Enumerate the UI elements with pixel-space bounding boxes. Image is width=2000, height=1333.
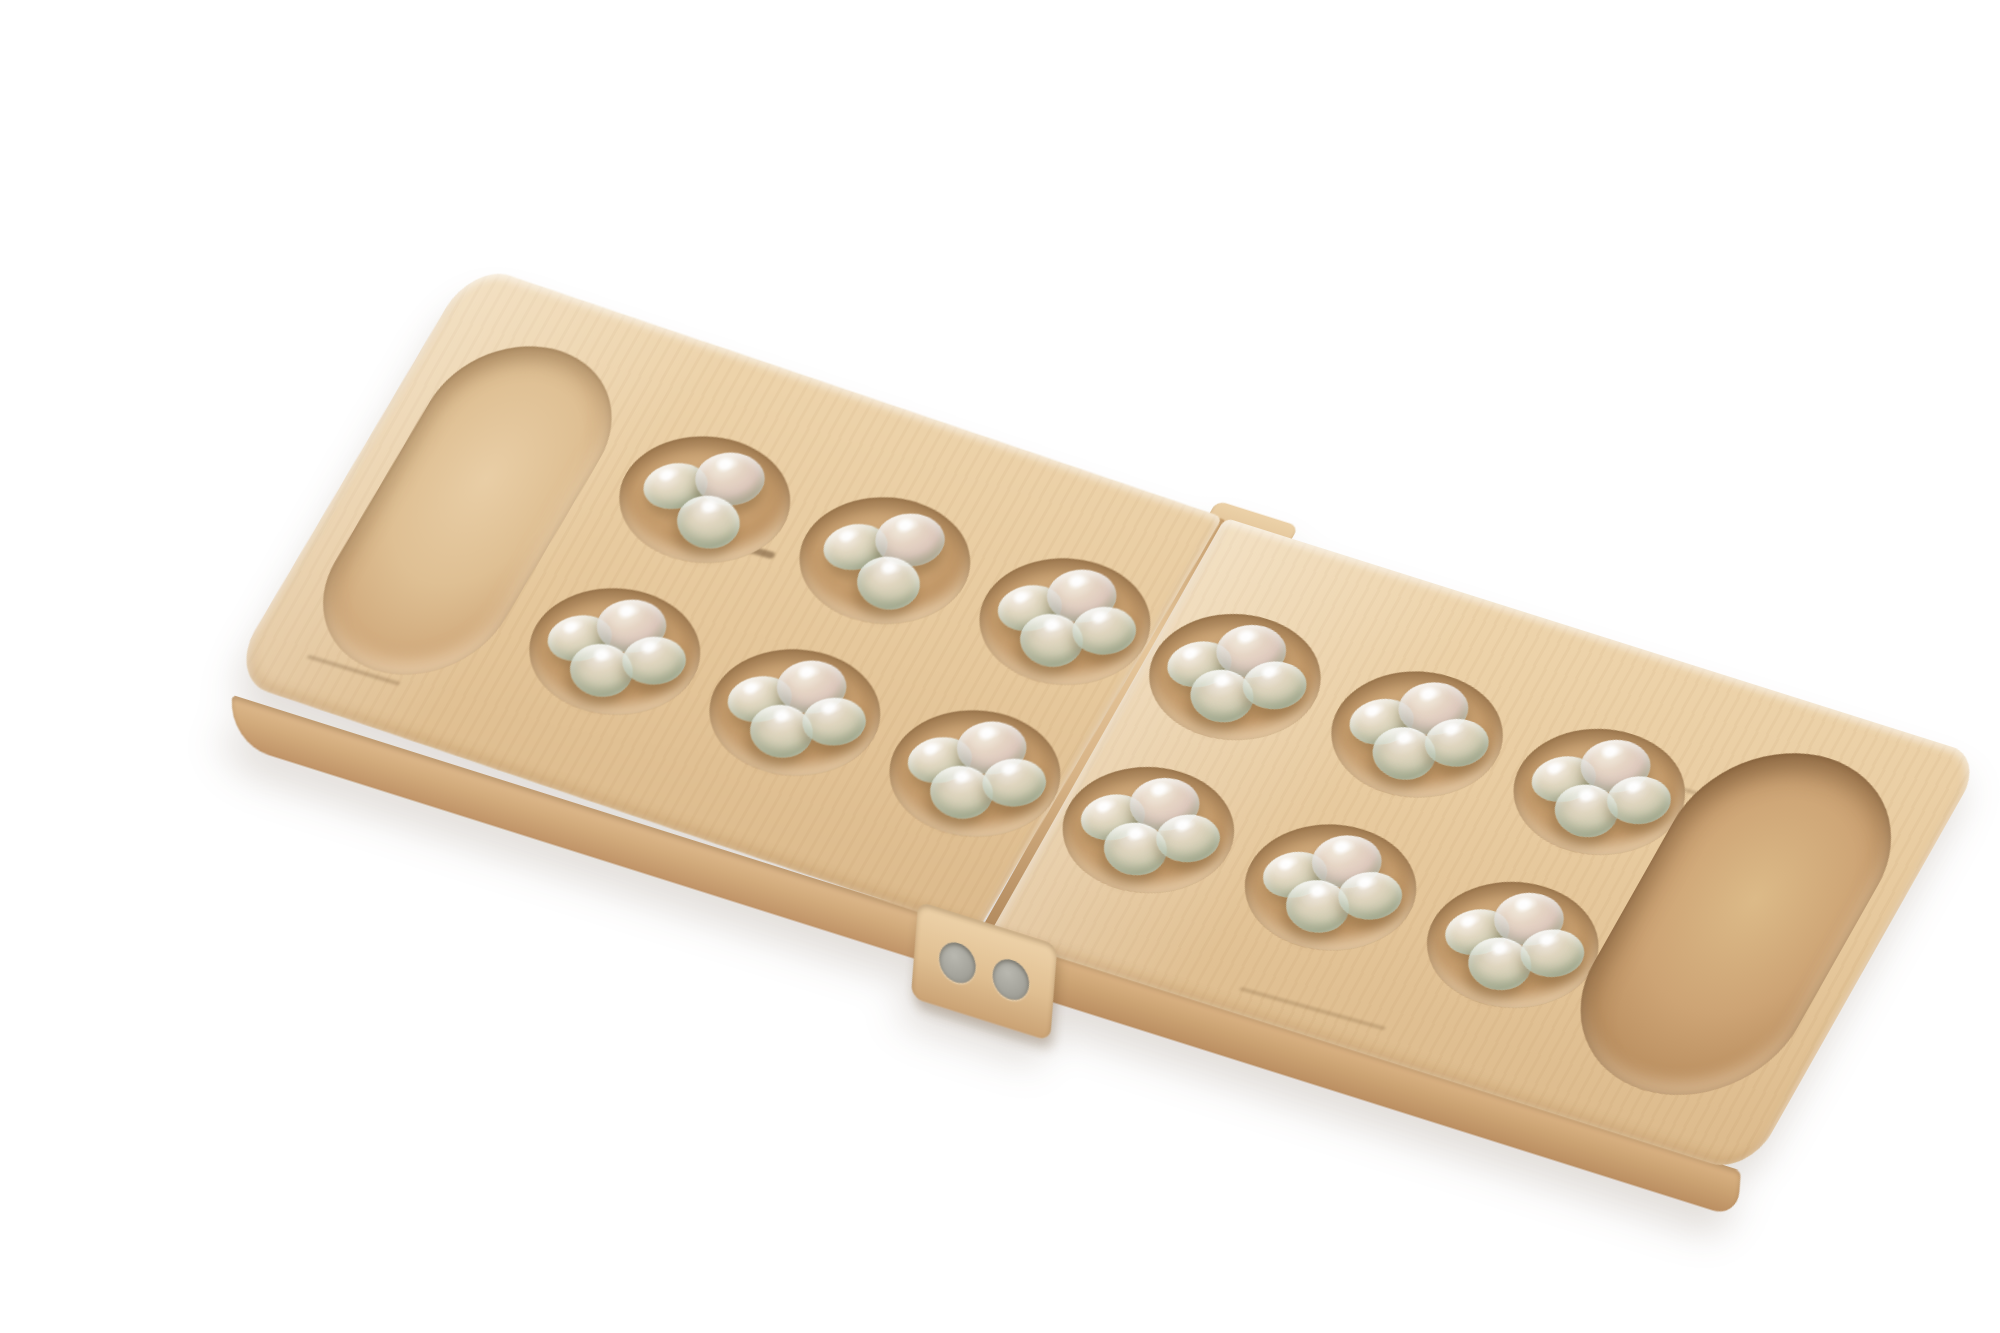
hinge-magnet xyxy=(991,954,1030,1004)
white-backdrop xyxy=(0,0,2000,1333)
hinge-magnet xyxy=(938,938,977,988)
pit-bottom-2[interactable] xyxy=(683,629,908,797)
pit-bottom-1[interactable] xyxy=(502,568,727,736)
pit-top-5[interactable] xyxy=(1305,652,1529,818)
pit-bottom-5[interactable] xyxy=(1219,805,1443,971)
mancala-board xyxy=(222,276,1985,1175)
pit-top-1[interactable] xyxy=(592,416,817,584)
pit-top-2[interactable] xyxy=(773,477,998,645)
